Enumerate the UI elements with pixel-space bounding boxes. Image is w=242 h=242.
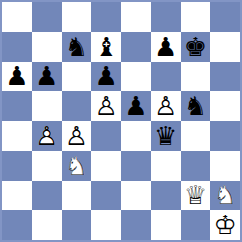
black-bishop-icon[interactable]: ♝ — [91, 32, 121, 62]
square-d8[interactable] — [91, 2, 121, 32]
square-e3[interactable] — [121, 151, 151, 181]
black-knight-icon[interactable]: ♞ — [62, 32, 92, 62]
square-e7[interactable] — [121, 32, 151, 62]
square-h7[interactable] — [210, 32, 240, 62]
white-pawn-icon[interactable]: ♟♙ — [151, 91, 181, 121]
square-d2[interactable] — [91, 181, 121, 211]
square-c4[interactable]: ♟♙ — [62, 121, 92, 151]
square-b4[interactable]: ♟♙ — [32, 121, 62, 151]
square-d1[interactable] — [91, 210, 121, 240]
square-c3[interactable]: ♞♘ — [62, 151, 92, 181]
square-f5[interactable]: ♟♙ — [151, 91, 181, 121]
square-g5[interactable]: ♞ — [181, 91, 211, 121]
white-knight-icon[interactable]: ♞♘ — [62, 151, 92, 181]
black-pawn-icon[interactable]: ♟ — [32, 62, 62, 92]
square-g1[interactable] — [181, 210, 211, 240]
white-queen-icon[interactable]: ♛♕ — [181, 181, 211, 211]
square-c7[interactable]: ♞ — [62, 32, 92, 62]
square-b7[interactable] — [32, 32, 62, 62]
square-b6[interactable]: ♟ — [32, 62, 62, 92]
square-d4[interactable] — [91, 121, 121, 151]
square-b1[interactable] — [32, 210, 62, 240]
square-h5[interactable] — [210, 91, 240, 121]
square-f6[interactable] — [151, 62, 181, 92]
square-f8[interactable] — [151, 2, 181, 32]
square-f7[interactable]: ♟ — [151, 32, 181, 62]
square-c6[interactable] — [62, 62, 92, 92]
white-king-icon[interactable]: ♚♔ — [210, 210, 240, 240]
square-c2[interactable] — [62, 181, 92, 211]
square-g7[interactable]: ♚ — [181, 32, 211, 62]
square-e5[interactable]: ♟ — [121, 91, 151, 121]
square-c5[interactable] — [62, 91, 92, 121]
square-d3[interactable] — [91, 151, 121, 181]
square-b5[interactable] — [32, 91, 62, 121]
square-a1[interactable] — [2, 210, 32, 240]
black-pawn-icon[interactable]: ♟ — [121, 91, 151, 121]
white-knight-icon[interactable]: ♞♘ — [210, 181, 240, 211]
square-c1[interactable] — [62, 210, 92, 240]
square-h1[interactable]: ♚♔ — [210, 210, 240, 240]
square-g8[interactable] — [181, 2, 211, 32]
square-a3[interactable] — [2, 151, 32, 181]
square-a7[interactable] — [2, 32, 32, 62]
square-e4[interactable] — [121, 121, 151, 151]
square-e1[interactable] — [121, 210, 151, 240]
square-h3[interactable] — [210, 151, 240, 181]
square-a4[interactable] — [2, 121, 32, 151]
square-e8[interactable] — [121, 2, 151, 32]
square-d6[interactable]: ♟ — [91, 62, 121, 92]
square-b2[interactable] — [32, 181, 62, 211]
black-king-icon[interactable]: ♚ — [181, 32, 211, 62]
square-g3[interactable] — [181, 151, 211, 181]
black-pawn-icon[interactable]: ♟ — [2, 62, 32, 92]
square-a8[interactable] — [2, 2, 32, 32]
black-pawn-icon[interactable]: ♟ — [91, 62, 121, 92]
square-c8[interactable] — [62, 2, 92, 32]
square-a6[interactable]: ♟ — [2, 62, 32, 92]
black-pawn-icon[interactable]: ♟ — [151, 32, 181, 62]
chess-board: ♞♝♟♚♟♟♟♟♙♟♟♙♞♟♙♟♙♛♞♘♛♕♞♘♚♔ — [0, 0, 242, 242]
square-f2[interactable] — [151, 181, 181, 211]
square-e2[interactable] — [121, 181, 151, 211]
square-b3[interactable] — [32, 151, 62, 181]
square-h4[interactable] — [210, 121, 240, 151]
square-g6[interactable] — [181, 62, 211, 92]
white-pawn-icon[interactable]: ♟♙ — [62, 121, 92, 151]
square-a2[interactable] — [2, 181, 32, 211]
square-f1[interactable] — [151, 210, 181, 240]
black-knight-icon[interactable]: ♞ — [181, 91, 211, 121]
square-h8[interactable] — [210, 2, 240, 32]
square-a5[interactable] — [2, 91, 32, 121]
square-g2[interactable]: ♛♕ — [181, 181, 211, 211]
square-e6[interactable] — [121, 62, 151, 92]
black-queen-icon[interactable]: ♛ — [151, 121, 181, 151]
square-d5[interactable]: ♟♙ — [91, 91, 121, 121]
square-f3[interactable] — [151, 151, 181, 181]
square-d7[interactable]: ♝ — [91, 32, 121, 62]
square-h6[interactable] — [210, 62, 240, 92]
white-pawn-icon[interactable]: ♟♙ — [32, 121, 62, 151]
white-pawn-icon[interactable]: ♟♙ — [91, 91, 121, 121]
square-g4[interactable] — [181, 121, 211, 151]
square-h2[interactable]: ♞♘ — [210, 181, 240, 211]
square-f4[interactable]: ♛ — [151, 121, 181, 151]
square-b8[interactable] — [32, 2, 62, 32]
